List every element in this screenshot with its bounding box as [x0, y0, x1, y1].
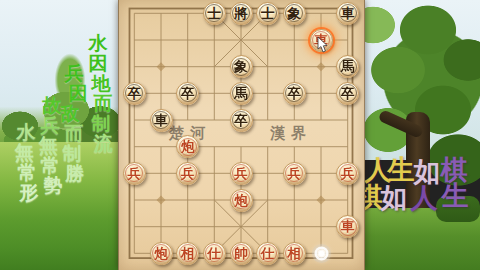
river-label-han: 漢界: [270, 124, 312, 143]
piece-black-車[interactable]: 車: [336, 2, 359, 25]
calligraphy-char-col2: 勝: [66, 164, 85, 183]
piece-red-帥[interactable]: 帥: [230, 242, 253, 265]
piece-black-卒[interactable]: 卒: [230, 109, 253, 132]
piece-red-炮[interactable]: 炮: [150, 242, 173, 265]
calligraphy-char-col4: 水: [17, 123, 36, 142]
piece-character: 車: [341, 220, 355, 233]
piece-red-兵[interactable]: 兵: [176, 162, 199, 185]
piece-character: 象: [234, 60, 248, 73]
piece-black-士[interactable]: 士: [256, 2, 279, 25]
calligraphy-char-col2: 而: [65, 124, 84, 143]
calligraphy-char-col3: 故: [43, 96, 62, 115]
piece-red-仕[interactable]: 仕: [256, 242, 279, 265]
calligraphy-char-col3: 無: [39, 136, 58, 155]
piece-character: 兵: [341, 167, 355, 180]
piece-red-炮[interactable]: 炮: [230, 189, 253, 212]
piece-red-兵[interactable]: 兵: [283, 162, 306, 185]
piece-character: 仕: [261, 247, 275, 260]
piece-red-相[interactable]: 相: [176, 242, 199, 265]
slogan-char-line1: 如: [414, 158, 441, 185]
piece-character: 炮: [181, 140, 195, 153]
piece-black-士[interactable]: 士: [203, 2, 226, 25]
piece-character: 卒: [128, 87, 142, 100]
piece-character: 兵: [128, 167, 142, 180]
slogan-char-line1: 生: [388, 156, 415, 183]
calligraphy-char-col2: 制: [63, 144, 82, 163]
piece-black-車[interactable]: 車: [150, 109, 173, 132]
piece-character: 卒: [234, 114, 248, 127]
piece-character: 象: [288, 7, 302, 20]
calligraphy-char-col2: 兵: [65, 64, 84, 83]
piece-character: 車: [341, 7, 355, 20]
piece-black-卒[interactable]: 卒: [283, 82, 306, 105]
piece-character: 炮: [234, 194, 248, 207]
piece-red-兵[interactable]: 兵: [230, 162, 253, 185]
piece-red-相[interactable]: 相: [283, 242, 306, 265]
piece-character: 炮: [154, 247, 168, 260]
piece-black-象[interactable]: 象: [283, 2, 306, 25]
piece-red-兵[interactable]: 兵: [336, 162, 359, 185]
slogan-char-line2: 人: [411, 184, 438, 211]
calligraphy-char-col1: 因: [89, 54, 108, 73]
piece-character: 卒: [341, 87, 355, 100]
piece-character: 相: [288, 247, 302, 260]
piece-black-象[interactable]: 象: [230, 55, 253, 78]
calligraphy-char-col4: 形: [20, 183, 39, 202]
piece-character: 卒: [181, 87, 195, 100]
slogan-char-line2: 如: [381, 184, 408, 211]
calligraphy-char-col1: 而: [94, 94, 113, 113]
piece-black-馬[interactable]: 馬: [230, 82, 253, 105]
slogan-char-line2: 生: [442, 182, 469, 209]
piece-character: 車: [154, 114, 168, 127]
piece-character: 帥: [234, 247, 248, 260]
xiangqi-board[interactable]: 楚河 漢界 士將士象車車象馬卒卒馬卒卒車卒炮兵兵兵兵兵炮車炮相仕帥仕相: [118, 0, 365, 270]
piece-character: 士: [208, 7, 222, 20]
calligraphy-char-col3: 兵: [41, 116, 60, 135]
piece-red-仕[interactable]: 仕: [203, 242, 226, 265]
calligraphy-char-col4: 常: [18, 163, 37, 182]
piece-character: 卒: [288, 87, 302, 100]
piece-red-兵[interactable]: 兵: [123, 162, 146, 185]
piece-character: 馬: [341, 60, 355, 73]
piece-red-車[interactable]: 車: [310, 29, 333, 52]
slogan-char-line1: 棋: [441, 156, 468, 183]
piece-character: 兵: [234, 167, 248, 180]
calligraphy-char-col3: 勢: [44, 176, 63, 195]
piece-character: 兵: [288, 167, 302, 180]
piece-character: 兵: [181, 167, 195, 180]
piece-black-卒[interactable]: 卒: [176, 82, 199, 105]
calligraphy-char-col1: 水: [89, 34, 108, 53]
xiangqi-game-screen: 水因地而制流兵因敌而制勝故兵無常勢水無常形 人生如棋棋如人生: [0, 0, 480, 270]
piece-character: 馬: [234, 87, 248, 100]
calligraphy-char-col1: 制: [92, 114, 111, 133]
piece-character: 相: [181, 247, 195, 260]
piece-character: 將: [234, 7, 248, 20]
calligraphy-char-col2: 因: [69, 84, 88, 103]
piece-character: 士: [261, 7, 275, 20]
piece-black-將[interactable]: 將: [230, 2, 253, 25]
piece-character: 車: [314, 34, 328, 47]
calligraphy-char-col2: 敌: [61, 104, 80, 123]
calligraphy-char-col1: 地: [92, 74, 111, 93]
calligraphy-char-col3: 常: [41, 156, 60, 175]
piece-black-卒[interactable]: 卒: [123, 82, 146, 105]
calligraphy-char-col4: 無: [15, 143, 34, 162]
piece-character: 仕: [208, 247, 222, 260]
piece-black-卒[interactable]: 卒: [336, 82, 359, 105]
calligraphy-char-col1: 流: [94, 134, 113, 153]
last-move-origin-marker: [317, 249, 326, 258]
